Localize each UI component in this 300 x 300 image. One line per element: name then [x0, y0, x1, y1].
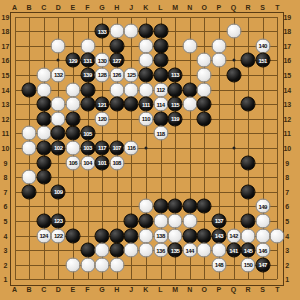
black-stone-move-103[interactable]: 103 [80, 140, 95, 155]
black-stone[interactable] [153, 67, 168, 82]
black-stone-move-101[interactable]: 101 [95, 155, 110, 170]
black-stone[interactable] [168, 82, 183, 97]
white-stone-move-132[interactable]: 132 [51, 67, 66, 82]
white-stone[interactable] [255, 228, 270, 243]
white-stone[interactable] [22, 126, 37, 141]
col-label-bottom: A [12, 286, 17, 293]
black-stone[interactable] [124, 228, 139, 243]
white-stone[interactable] [65, 82, 80, 97]
col-label-top: B [27, 3, 32, 10]
white-stone-move-140[interactable]: 140 [255, 38, 270, 53]
row-label-left: 2 [4, 261, 8, 268]
black-stone-move-107[interactable]: 107 [109, 140, 124, 155]
row-label-left: 18 [2, 28, 10, 35]
black-stone-move-143[interactable]: 143 [211, 228, 226, 243]
black-stone[interactable] [124, 213, 139, 228]
black-stone[interactable] [138, 67, 153, 82]
col-label-top: O [202, 3, 207, 10]
col-label-top: F [85, 3, 89, 10]
row-label-left: 1 [4, 276, 8, 283]
black-stone[interactable] [80, 82, 95, 97]
black-stone[interactable] [36, 213, 51, 228]
black-stone-move-117[interactable]: 117 [95, 140, 110, 155]
row-label-left: 15 [2, 71, 10, 78]
black-stone[interactable] [36, 170, 51, 185]
white-stone[interactable] [109, 82, 124, 97]
col-label-top: N [187, 3, 192, 10]
col-label-top: Q [231, 3, 236, 10]
white-stone[interactable] [36, 126, 51, 141]
white-stone-move-110[interactable]: 110 [138, 111, 153, 126]
white-stone[interactable] [138, 82, 153, 97]
white-stone[interactable] [270, 228, 285, 243]
white-stone-move-138[interactable]: 138 [153, 228, 168, 243]
white-stone-move-112[interactable]: 112 [153, 82, 168, 97]
white-stone[interactable] [65, 140, 80, 155]
black-stone[interactable] [80, 97, 95, 112]
row-label-left: 5 [4, 217, 8, 224]
col-label-bottom: E [71, 286, 76, 293]
white-stone[interactable] [138, 228, 153, 243]
col-label-top: K [143, 3, 148, 10]
white-stone-move-108[interactable]: 108 [109, 155, 124, 170]
row-label-right: 9 [285, 159, 289, 166]
black-stone[interactable] [124, 97, 139, 112]
white-stone[interactable] [51, 111, 66, 126]
black-stone[interactable] [153, 24, 168, 39]
black-stone[interactable] [36, 111, 51, 126]
white-stone[interactable] [153, 213, 168, 228]
black-stone[interactable] [241, 97, 256, 112]
row-label-right: 7 [285, 188, 289, 195]
black-stone[interactable] [138, 213, 153, 228]
white-stone[interactable] [255, 213, 270, 228]
white-stone-move-144[interactable]: 144 [182, 243, 197, 258]
col-label-top: E [71, 3, 76, 10]
row-label-left: 12 [2, 115, 10, 122]
black-stone[interactable] [109, 97, 124, 112]
white-stone-move-120[interactable]: 120 [95, 111, 110, 126]
row-label-right: 12 [283, 115, 291, 122]
grid-line-horizontal [15, 163, 278, 164]
black-stone-move-133[interactable]: 133 [95, 24, 110, 39]
star-point [57, 59, 60, 62]
black-stone[interactable] [182, 199, 197, 214]
col-label-top: G [99, 3, 104, 10]
col-label-bottom: F [85, 286, 89, 293]
star-point [144, 146, 147, 149]
row-label-right: 18 [283, 28, 291, 35]
row-label-left: 14 [2, 86, 10, 93]
col-label-top: M [172, 3, 178, 10]
row-label-right: 19 [283, 13, 291, 20]
black-stone[interactable] [153, 38, 168, 53]
black-stone-move-135[interactable]: 135 [168, 243, 183, 258]
white-stone[interactable] [197, 67, 212, 82]
black-stone-move-151[interactable]: 151 [255, 53, 270, 68]
black-stone[interactable] [109, 243, 124, 258]
white-stone-move-130[interactable]: 130 [95, 53, 110, 68]
white-stone[interactable] [182, 97, 197, 112]
black-stone[interactable] [36, 140, 51, 155]
black-stone[interactable] [109, 38, 124, 53]
grid-line-horizontal [15, 265, 278, 266]
white-stone-move-148[interactable]: 148 [211, 257, 226, 272]
col-label-top: P [217, 3, 222, 10]
black-stone[interactable] [36, 97, 51, 112]
black-stone[interactable] [168, 199, 183, 214]
white-stone[interactable] [65, 257, 80, 272]
black-stone[interactable] [22, 82, 37, 97]
black-stone[interactable] [153, 53, 168, 68]
white-stone[interactable] [51, 97, 66, 112]
col-label-bottom: Q [231, 286, 236, 293]
row-label-left: 17 [2, 42, 10, 49]
col-label-bottom: K [143, 286, 148, 293]
col-label-top: R [246, 3, 251, 10]
row-label-left: 4 [4, 232, 8, 239]
black-stone[interactable] [197, 111, 212, 126]
row-label-left: 19 [2, 13, 10, 20]
col-label-top: C [41, 3, 46, 10]
row-label-right: 16 [283, 57, 291, 64]
black-stone[interactable] [65, 228, 80, 243]
black-stone-move-113[interactable]: 113 [168, 67, 183, 82]
row-label-left: 10 [2, 144, 10, 151]
row-label-left: 3 [4, 247, 8, 254]
col-label-bottom: O [202, 286, 207, 293]
black-stone[interactable] [197, 228, 212, 243]
col-label-top: H [114, 3, 119, 10]
row-label-right: 17 [283, 42, 291, 49]
black-stone[interactable] [109, 228, 124, 243]
white-stone-move-150[interactable]: 150 [241, 257, 256, 272]
white-stone[interactable] [80, 38, 95, 53]
row-label-right: 14 [283, 86, 291, 93]
col-label-bottom: S [260, 286, 265, 293]
black-stone[interactable] [197, 97, 212, 112]
white-stone-move-114[interactable]: 114 [153, 97, 168, 112]
black-stone-move-115[interactable]: 115 [168, 97, 183, 112]
black-stone-move-127[interactable]: 127 [109, 53, 124, 68]
black-stone[interactable] [153, 111, 168, 126]
col-label-bottom: M [172, 286, 178, 293]
black-stone[interactable] [182, 82, 197, 97]
black-stone-move-109[interactable]: 109 [51, 184, 66, 199]
black-stone[interactable] [22, 184, 37, 199]
white-stone-move-116[interactable]: 116 [124, 140, 139, 155]
row-label-right: 4 [285, 232, 289, 239]
white-stone[interactable] [109, 24, 124, 39]
white-stone[interactable] [211, 243, 226, 258]
white-stone[interactable] [197, 243, 212, 258]
white-stone[interactable] [226, 24, 241, 39]
black-stone[interactable] [226, 67, 241, 82]
white-stone[interactable] [138, 243, 153, 258]
row-label-right: 8 [285, 174, 289, 181]
black-stone-move-141[interactable]: 141 [226, 243, 241, 258]
grid-line-horizontal [15, 177, 278, 178]
star-point [232, 146, 235, 149]
row-label-right: 10 [283, 144, 291, 151]
black-stone-move-102[interactable]: 102 [51, 140, 66, 155]
col-label-top: S [260, 3, 265, 10]
row-label-right: 2 [285, 261, 289, 268]
col-label-bottom: B [27, 286, 32, 293]
black-stone-move-105[interactable]: 105 [80, 126, 95, 141]
white-stone-move-118[interactable]: 118 [153, 126, 168, 141]
white-stone[interactable] [138, 199, 153, 214]
black-stone[interactable] [65, 111, 80, 126]
black-stone[interactable] [80, 243, 95, 258]
white-stone[interactable] [95, 257, 110, 272]
black-stone-move-123[interactable]: 123 [51, 213, 66, 228]
row-label-right: 3 [285, 247, 289, 254]
col-label-top: D [56, 3, 61, 10]
row-label-left: 7 [4, 188, 8, 195]
white-stone[interactable] [22, 140, 37, 155]
black-stone[interactable] [241, 213, 256, 228]
row-label-right: 15 [283, 71, 291, 78]
star-point [232, 59, 235, 62]
col-label-bottom: C [41, 286, 46, 293]
white-stone[interactable] [109, 257, 124, 272]
white-stone[interactable] [124, 24, 139, 39]
black-stone[interactable] [51, 126, 66, 141]
col-label-bottom: N [187, 286, 192, 293]
white-stone-move-106[interactable]: 106 [65, 155, 80, 170]
col-label-bottom: J [129, 286, 133, 293]
row-label-left: 9 [4, 159, 8, 166]
col-label-bottom: G [99, 286, 104, 293]
white-stone[interactable] [138, 38, 153, 53]
black-stone[interactable] [65, 126, 80, 141]
white-stone[interactable] [36, 67, 51, 82]
row-label-left: 8 [4, 174, 8, 181]
black-stone-move-139[interactable]: 139 [80, 67, 95, 82]
col-label-bottom: P [217, 286, 222, 293]
row-label-right: 6 [285, 203, 289, 210]
white-stone-move-142[interactable]: 142 [226, 228, 241, 243]
white-stone[interactable] [22, 170, 37, 185]
black-stone-move-131[interactable]: 131 [80, 53, 95, 68]
row-label-left: 11 [2, 130, 9, 137]
black-stone-move-137[interactable]: 137 [211, 213, 226, 228]
white-stone[interactable] [124, 82, 139, 97]
black-stone[interactable] [153, 199, 168, 214]
col-label-top: J [129, 3, 133, 10]
white-stone[interactable] [182, 213, 197, 228]
white-stone[interactable] [197, 53, 212, 68]
black-stone[interactable] [241, 184, 256, 199]
white-stone-move-122[interactable]: 122 [51, 228, 66, 243]
white-stone-move-149[interactable]: 149 [255, 199, 270, 214]
black-stone-move-121[interactable]: 121 [95, 97, 110, 112]
black-stone-move-111[interactable]: 111 [138, 97, 153, 112]
white-stone-move-104[interactable]: 104 [80, 155, 95, 170]
white-stone[interactable] [211, 38, 226, 53]
white-stone[interactable] [95, 243, 110, 258]
white-stone[interactable] [241, 228, 256, 243]
white-stone-move-126[interactable]: 126 [109, 67, 124, 82]
row-label-left: 16 [2, 57, 10, 64]
white-stone[interactable] [80, 257, 95, 272]
black-stone[interactable] [241, 53, 256, 68]
black-stone-move-145[interactable]: 145 [241, 243, 256, 258]
white-stone[interactable] [182, 38, 197, 53]
white-stone[interactable] [65, 97, 80, 112]
col-label-top: L [158, 3, 162, 10]
go-board: AABBCCDDEEFFGGHHJJKKLLMMNNOOPPQQRRSSTT19… [0, 0, 300, 300]
white-stone-move-124[interactable]: 124 [36, 228, 51, 243]
row-label-right: 5 [285, 217, 289, 224]
white-stone[interactable] [124, 243, 139, 258]
black-stone-move-129[interactable]: 129 [65, 53, 80, 68]
black-stone[interactable] [95, 228, 110, 243]
black-stone[interactable] [241, 155, 256, 170]
white-stone[interactable] [138, 53, 153, 68]
white-stone[interactable] [51, 38, 66, 53]
row-label-right: 11 [284, 130, 291, 137]
col-label-bottom: R [246, 286, 251, 293]
col-label-top: T [275, 3, 279, 10]
black-stone[interactable] [197, 199, 212, 214]
col-label-bottom: H [114, 286, 119, 293]
col-label-bottom: T [275, 286, 279, 293]
row-label-left: 6 [4, 203, 8, 210]
white-stone[interactable] [36, 82, 51, 97]
white-stone-move-128[interactable]: 128 [95, 67, 110, 82]
black-stone-move-147[interactable]: 147 [255, 257, 270, 272]
black-stone-move-119[interactable]: 119 [168, 111, 183, 126]
white-stone[interactable] [211, 53, 226, 68]
row-label-right: 13 [283, 101, 291, 108]
black-stone[interactable] [36, 155, 51, 170]
white-stone[interactable] [168, 228, 183, 243]
row-label-right: 1 [285, 276, 289, 283]
grid-line-horizontal [15, 279, 278, 280]
white-stone[interactable] [168, 213, 183, 228]
white-stone-move-136[interactable]: 136 [153, 243, 168, 258]
row-label-left: 13 [2, 101, 10, 108]
black-stone[interactable] [182, 228, 197, 243]
col-label-bottom: L [158, 286, 162, 293]
white-stone[interactable] [197, 82, 212, 97]
white-stone-move-146[interactable]: 146 [255, 243, 270, 258]
col-label-top: A [12, 3, 17, 10]
white-stone-move-125[interactable]: 125 [124, 67, 139, 82]
col-label-bottom: D [56, 286, 61, 293]
black-stone[interactable] [138, 24, 153, 39]
